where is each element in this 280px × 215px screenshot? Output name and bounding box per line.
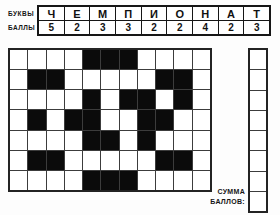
row-sum-cell[interactable] (250, 172, 266, 191)
point-cell: 3 (90, 21, 115, 34)
letter-cell: П (116, 7, 141, 20)
grid-cell[interactable] (120, 151, 137, 170)
blocked-cell (83, 90, 100, 109)
grid-cell[interactable] (28, 90, 45, 109)
blocked-cell (83, 131, 100, 150)
grid-cell[interactable] (138, 50, 155, 69)
blocked-cell (28, 151, 45, 170)
grid-cell[interactable] (138, 70, 155, 89)
total-sum-cell[interactable] (250, 192, 266, 211)
grid-cell[interactable] (65, 90, 82, 109)
blocked-cell (101, 131, 118, 150)
letter-cell: Н (193, 7, 218, 20)
grid-cell[interactable] (101, 70, 118, 89)
grid-cell[interactable] (10, 131, 27, 150)
blocked-cell (138, 131, 155, 150)
point-cell: 2 (65, 21, 90, 34)
blocked-cell (83, 171, 100, 190)
letter-cell: А (219, 7, 244, 20)
grid-cell[interactable] (10, 90, 27, 109)
point-cell: 2 (142, 21, 167, 34)
blocked-cell (83, 50, 100, 69)
letter-cell: Е (65, 7, 90, 20)
row-sum-cell[interactable] (250, 151, 266, 170)
row-sum-cell[interactable] (250, 50, 266, 69)
grid-cell[interactable] (10, 171, 27, 190)
blocked-cell (47, 151, 64, 170)
grid-cell[interactable] (83, 70, 100, 89)
blocked-cell (28, 110, 45, 129)
grid-cell[interactable] (10, 151, 27, 170)
point-cell: 2 (219, 21, 244, 34)
grid-cell[interactable] (193, 151, 210, 170)
letter-cell: И (142, 7, 167, 20)
blocked-cell (47, 70, 64, 89)
row-sum-cell[interactable] (250, 70, 266, 89)
grid-cell[interactable] (193, 50, 210, 69)
blocked-cell (120, 50, 137, 69)
blocked-cell (138, 110, 155, 129)
grid-cell[interactable] (193, 90, 210, 109)
grid-cell[interactable] (138, 151, 155, 170)
sum-label-line2: БАЛЛОВ: (200, 197, 245, 207)
row-sum-cell[interactable] (250, 91, 266, 110)
grid-cell[interactable] (174, 131, 191, 150)
blocked-cell (101, 50, 118, 69)
grid-cell[interactable] (65, 171, 82, 190)
letter-cell: М (90, 7, 115, 20)
grid-cell[interactable] (120, 110, 137, 129)
point-cell: 3 (244, 21, 269, 34)
grid-cell[interactable] (193, 70, 210, 89)
grid-cell[interactable] (138, 171, 155, 190)
blocked-cell (174, 90, 191, 109)
grid-cell[interactable] (101, 90, 118, 109)
blocked-cell (65, 110, 82, 129)
grid-cell[interactable] (65, 70, 82, 89)
grid-cell[interactable] (156, 171, 173, 190)
grid-cell[interactable] (83, 151, 100, 170)
grid-cell[interactable] (65, 151, 82, 170)
grid-cell[interactable] (120, 70, 137, 89)
letter-cell: Ч (39, 7, 64, 20)
sum-label-line1: СУММА (200, 187, 245, 197)
row-sum-column (248, 48, 268, 213)
row-sum-cell[interactable] (250, 111, 266, 130)
grid-cell[interactable] (174, 171, 191, 190)
letters-points-table: ЧЕМПИОНАТ523322423 (37, 5, 271, 36)
sum-total-label: СУММА БАЛЛОВ: (200, 187, 245, 206)
grid-cell[interactable] (47, 110, 64, 129)
point-cell: 3 (116, 21, 141, 34)
grid-cell[interactable] (101, 110, 118, 129)
grid-cell[interactable] (193, 110, 210, 129)
grid-cell[interactable] (156, 90, 173, 109)
puzzle-grid (8, 48, 212, 192)
blocked-cell (156, 70, 173, 89)
grid-cell[interactable] (47, 90, 64, 109)
grid-cell[interactable] (28, 50, 45, 69)
blocked-cell (156, 151, 173, 170)
blocked-cell (101, 171, 118, 190)
letters-label: БУКВЫ (8, 10, 34, 17)
grid-cell[interactable] (10, 110, 27, 129)
grid-cell[interactable] (47, 171, 64, 190)
grid-cell[interactable] (10, 70, 27, 89)
grid-cell[interactable] (47, 50, 64, 69)
grid-cell[interactable] (47, 131, 64, 150)
grid-cell[interactable] (65, 50, 82, 69)
row-sum-cell[interactable] (250, 131, 266, 150)
letter-cell: О (167, 7, 192, 20)
blocked-cell (120, 171, 137, 190)
points-label: БАЛЛЫ (8, 24, 35, 31)
blocked-cell (28, 70, 45, 89)
grid-cell[interactable] (120, 131, 137, 150)
blocked-cell (174, 151, 191, 170)
point-cell: 4 (193, 21, 218, 34)
blocked-cell (83, 110, 100, 129)
blocked-cell (156, 110, 173, 129)
grid-cell[interactable] (101, 151, 118, 170)
grid-cell[interactable] (156, 131, 173, 150)
grid-cell[interactable] (174, 110, 191, 129)
grid-cell[interactable] (10, 50, 27, 69)
grid-cell[interactable] (28, 131, 45, 150)
point-cell: 2 (167, 21, 192, 34)
grid-cell[interactable] (174, 50, 191, 69)
grid-cell[interactable] (193, 131, 210, 150)
letter-cell: Т (244, 7, 269, 20)
blocked-cell (120, 90, 137, 109)
point-cell: 5 (39, 21, 64, 34)
grid-cell[interactable] (28, 171, 45, 190)
grid-cell[interactable] (65, 131, 82, 150)
grid-cell[interactable] (156, 50, 173, 69)
blocked-cell (174, 70, 191, 89)
blocked-cell (138, 90, 155, 109)
